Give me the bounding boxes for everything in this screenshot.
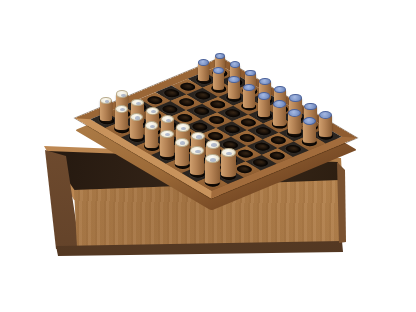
white-peg-top [131,99,143,107]
white-peg-printed-mark [136,102,141,105]
peg-white[interactable] [130,113,143,139]
white-peg-top [190,146,204,155]
white-peg-printed-mark [151,110,156,113]
white-peg-top [115,105,128,113]
pegs-layer [0,0,416,312]
blue-peg-top [198,59,209,66]
white-peg-top [130,113,143,121]
peg-white[interactable] [175,138,189,166]
peg-blue[interactable] [319,111,332,137]
peg-white[interactable] [115,105,128,130]
white-peg-top [176,123,189,131]
peg-blue[interactable] [228,76,239,99]
white-peg-printed-mark [150,125,155,128]
blue-peg-top [259,78,271,85]
peg-white[interactable] [221,148,236,177]
white-peg-printed-mark [226,152,232,156]
white-peg-top [116,90,128,97]
product-photo-scene [0,0,416,312]
white-peg-printed-mark [166,119,171,122]
blue-peg-top [319,111,332,119]
white-peg-printed-mark [121,94,126,97]
white-peg-printed-mark [120,108,125,111]
white-peg-printed-mark [211,143,216,146]
white-peg-top [175,138,189,147]
white-peg-printed-mark [195,150,200,154]
white-peg-top [145,121,158,129]
peg-blue[interactable] [288,109,301,135]
blue-peg-top [289,94,301,102]
white-peg-printed-mark [180,141,185,144]
peg-blue[interactable] [243,84,255,108]
white-peg-top [146,107,159,115]
white-peg-printed-mark [135,116,140,119]
peg-blue[interactable] [213,67,224,89]
blue-peg-top [288,109,301,117]
peg-white[interactable] [205,154,220,184]
peg-white[interactable] [190,146,204,175]
white-peg-printed-mark [105,100,110,103]
peg-blue[interactable] [303,117,316,143]
blue-peg-top [304,103,317,111]
white-peg-top [206,140,220,149]
blue-peg-top [245,70,256,77]
white-peg-top [191,132,205,141]
peg-blue[interactable] [258,92,270,116]
white-peg-top [160,130,174,138]
white-peg-printed-mark [196,135,201,138]
blue-peg-top [230,61,241,68]
blue-peg-top [258,92,270,99]
blue-peg-top [273,100,286,108]
white-peg-printed-mark [210,158,216,162]
blue-peg-top [228,76,239,83]
white-peg-printed-mark [181,127,186,130]
peg-white[interactable] [145,121,158,148]
peg-white[interactable] [160,130,174,158]
white-peg-top [221,148,236,157]
peg-white[interactable] [100,97,112,122]
peg-blue[interactable] [273,100,286,125]
white-peg-printed-mark [165,133,170,136]
peg-blue[interactable] [198,59,209,81]
